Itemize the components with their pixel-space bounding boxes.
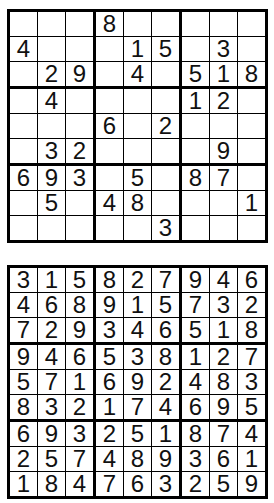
solution-cell-r8c4: 4: [96, 447, 124, 472]
solution-cell-r4c1: 9: [10, 345, 38, 370]
solution-cell-r1c5: 2: [124, 268, 152, 293]
puzzle-cell-r6c2[interactable]: 3: [38, 139, 66, 166]
puzzle-cell-r1c9[interactable]: [238, 12, 265, 37]
solution-cell-r2c6: 5: [152, 293, 182, 318]
solution-cell-r7c4: 2: [96, 422, 124, 447]
puzzle-cell-r8c6[interactable]: [152, 191, 182, 216]
puzzle-cell-r7c2[interactable]: 9: [38, 166, 66, 191]
solution-cell-r9c2: 8: [38, 472, 66, 496]
solution-cell-r2c1: 4: [10, 293, 38, 318]
puzzle-cell-r7c9[interactable]: [238, 166, 265, 191]
solution-cell-r2c8: 3: [210, 293, 238, 318]
puzzle-cell-r5c1[interactable]: [10, 114, 38, 139]
puzzle-cell-r8c2[interactable]: 5: [38, 191, 66, 216]
solution-cell-r2c4: 9: [96, 293, 124, 318]
puzzle-cell-r8c7[interactable]: [182, 191, 210, 216]
solution-cell-r6c6: 4: [152, 395, 182, 422]
puzzle-cell-r9c9[interactable]: [238, 216, 265, 240]
puzzle-cell-r1c4[interactable]: 8: [96, 12, 124, 37]
solution-cell-r1c1: 3: [10, 268, 38, 293]
puzzle-cell-r6c5[interactable]: [124, 139, 152, 166]
puzzle-cell-r8c4[interactable]: 4: [96, 191, 124, 216]
puzzle-cell-r2c8[interactable]: 3: [210, 37, 238, 62]
puzzle-cell-r1c3[interactable]: [66, 12, 96, 37]
solution-cell-r1c9: 6: [238, 268, 265, 293]
solution-cell-r8c7: 3: [182, 447, 210, 472]
solution-cell-r9c7: 2: [182, 472, 210, 496]
solution-cell-r3c6: 6: [152, 318, 182, 345]
puzzle-cell-r7c4[interactable]: [96, 166, 124, 191]
puzzle-cell-r5c5[interactable]: [124, 114, 152, 139]
puzzle-cell-r2c3[interactable]: [66, 37, 96, 62]
solution-cell-r7c8: 7: [210, 422, 238, 447]
puzzle-cell-r7c1[interactable]: 6: [10, 166, 38, 191]
puzzle-cell-r9c5[interactable]: [124, 216, 152, 240]
puzzle-cell-r5c6[interactable]: 2: [152, 114, 182, 139]
solution-cell-r3c4: 3: [96, 318, 124, 345]
solution-cell-r7c9: 4: [238, 422, 265, 447]
solution-cell-r1c4: 8: [96, 268, 124, 293]
solution-cell-r9c4: 7: [96, 472, 124, 496]
puzzle-cell-r3c3[interactable]: 9: [66, 62, 96, 89]
puzzle-cell-r2c5[interactable]: 1: [124, 37, 152, 62]
solution-cell-r9c8: 5: [210, 472, 238, 496]
puzzle-cell-r5c3[interactable]: [66, 114, 96, 139]
solution-cell-r8c9: 1: [238, 447, 265, 472]
solution-cell-r6c7: 6: [182, 395, 210, 422]
puzzle-cell-r9c3[interactable]: [66, 216, 96, 240]
puzzle-cell-r2c4[interactable]: [96, 37, 124, 62]
solution-cell-r5c1: 5: [10, 370, 38, 395]
solution-cell-r3c5: 4: [124, 318, 152, 345]
puzzle-cell-r7c5[interactable]: 5: [124, 166, 152, 191]
solution-cell-r5c3: 1: [66, 370, 96, 395]
solution-cell-r8c6: 9: [152, 447, 182, 472]
puzzle-cell-r4c4[interactable]: [96, 89, 124, 114]
solution-cell-r3c1: 7: [10, 318, 38, 345]
puzzle-cell-r5c4[interactable]: 6: [96, 114, 124, 139]
puzzle-cell-r1c6[interactable]: [152, 12, 182, 37]
sudoku-solution-board: 3158279464689157327293465189465381275716…: [7, 265, 268, 499]
puzzle-cell-r1c1[interactable]: [10, 12, 38, 37]
solution-cell-r6c8: 9: [210, 395, 238, 422]
puzzle-cell-r4c8[interactable]: 2: [210, 89, 238, 114]
puzzle-cell-r4c2[interactable]: 4: [38, 89, 66, 114]
solution-cell-r4c6: 8: [152, 345, 182, 370]
puzzle-cell-r8c5[interactable]: 8: [124, 191, 152, 216]
puzzle-cell-r4c7[interactable]: 1: [182, 89, 210, 114]
solution-cell-r2c7: 7: [182, 293, 210, 318]
solution-cell-r7c6: 1: [152, 422, 182, 447]
solution-cell-r3c7: 5: [182, 318, 210, 345]
puzzle-cell-r4c6[interactable]: [152, 89, 182, 114]
puzzle-cell-r6c9[interactable]: [238, 139, 265, 166]
puzzle-cell-r4c5[interactable]: [124, 89, 152, 114]
solution-cell-r9c1: 1: [10, 472, 38, 496]
solution-cell-r8c3: 7: [66, 447, 96, 472]
solution-cell-r2c3: 8: [66, 293, 96, 318]
puzzle-cell-r5c2[interactable]: [38, 114, 66, 139]
sudoku-puzzle-board: 841532945184126232969358754813: [7, 9, 268, 243]
solution-cell-r1c7: 9: [182, 268, 210, 293]
puzzle-cell-r4c3[interactable]: [66, 89, 96, 114]
puzzle-cell-r1c8[interactable]: [210, 12, 238, 37]
puzzle-cell-r8c3[interactable]: [66, 191, 96, 216]
solution-cell-r4c4: 5: [96, 345, 124, 370]
puzzle-cell-r9c1[interactable]: [10, 216, 38, 240]
puzzle-cell-r3c9[interactable]: 8: [238, 62, 265, 89]
solution-cell-r7c1: 6: [10, 422, 38, 447]
solution-cell-r6c1: 8: [10, 395, 38, 422]
puzzle-cell-r7c7[interactable]: 8: [182, 166, 210, 191]
puzzle-cell-r3c2[interactable]: 2: [38, 62, 66, 89]
puzzle-cell-r1c5[interactable]: [124, 12, 152, 37]
solution-cell-r5c7: 4: [182, 370, 210, 395]
puzzle-cell-r7c6[interactable]: [152, 166, 182, 191]
puzzle-cell-r6c8[interactable]: 9: [210, 139, 238, 166]
solution-cell-r7c5: 5: [124, 422, 152, 447]
puzzle-cell-r9c7[interactable]: [182, 216, 210, 240]
puzzle-cell-r9c2[interactable]: [38, 216, 66, 240]
solution-cell-r8c8: 6: [210, 447, 238, 472]
solution-cell-r6c2: 3: [38, 395, 66, 422]
solution-cell-r5c2: 7: [38, 370, 66, 395]
puzzle-cell-r9c4[interactable]: [96, 216, 124, 240]
solution-cell-r6c5: 7: [124, 395, 152, 422]
solution-cell-r4c9: 7: [238, 345, 265, 370]
page: 841532945184126232969358754813 315827946…: [0, 0, 274, 503]
solution-cell-r5c5: 9: [124, 370, 152, 395]
solution-cell-r7c7: 8: [182, 422, 210, 447]
puzzle-cell-r3c1[interactable]: [10, 62, 38, 89]
puzzle-cell-r7c3[interactable]: 3: [66, 166, 96, 191]
puzzle-cell-r4c9[interactable]: [238, 89, 265, 114]
puzzle-cell-r6c1[interactable]: [10, 139, 38, 166]
puzzle-cell-r1c2[interactable]: [38, 12, 66, 37]
solution-cell-r2c9: 2: [238, 293, 265, 318]
puzzle-cell-r2c7[interactable]: [182, 37, 210, 62]
puzzle-cell-r3c6[interactable]: [152, 62, 182, 89]
puzzle-cell-r4c1[interactable]: [10, 89, 38, 114]
solution-cell-r9c5: 6: [124, 472, 152, 496]
solution-cell-r9c9: 9: [238, 472, 265, 496]
solution-cell-r6c3: 2: [66, 395, 96, 422]
solution-cell-r8c5: 8: [124, 447, 152, 472]
solution-cell-r4c8: 2: [210, 345, 238, 370]
puzzle-cell-r3c5[interactable]: 4: [124, 62, 152, 89]
solution-cell-r9c6: 3: [152, 472, 182, 496]
solution-cell-r4c2: 4: [38, 345, 66, 370]
puzzle-cell-r5c8[interactable]: [210, 114, 238, 139]
puzzle-cell-r3c7[interactable]: 5: [182, 62, 210, 89]
solution-cell-r5c6: 2: [152, 370, 182, 395]
puzzle-cell-r8c9[interactable]: 1: [238, 191, 265, 216]
solution-cell-r5c8: 8: [210, 370, 238, 395]
puzzle-cell-r8c8[interactable]: [210, 191, 238, 216]
solution-cell-r7c3: 3: [66, 422, 96, 447]
puzzle-cell-r8c1[interactable]: [10, 191, 38, 216]
puzzle-cell-r1c7[interactable]: [182, 12, 210, 37]
solution-cell-r1c6: 7: [152, 268, 182, 293]
solution-cell-r8c2: 5: [38, 447, 66, 472]
puzzle-cell-r5c9[interactable]: [238, 114, 265, 139]
puzzle-cell-r5c7[interactable]: [182, 114, 210, 139]
solution-cell-r1c8: 4: [210, 268, 238, 293]
puzzle-cell-r3c4[interactable]: [96, 62, 124, 89]
puzzle-cell-r7c8[interactable]: 7: [210, 166, 238, 191]
solution-cell-r3c8: 1: [210, 318, 238, 345]
solution-cell-r3c2: 2: [38, 318, 66, 345]
puzzle-cell-r9c8[interactable]: [210, 216, 238, 240]
solution-cell-r2c5: 1: [124, 293, 152, 318]
puzzle-cell-r6c4[interactable]: [96, 139, 124, 166]
puzzle-cell-r3c8[interactable]: 1: [210, 62, 238, 89]
puzzle-cell-r2c1[interactable]: 4: [10, 37, 38, 62]
puzzle-cell-r2c9[interactable]: [238, 37, 265, 62]
solution-cell-r7c2: 9: [38, 422, 66, 447]
puzzle-cell-r6c6[interactable]: [152, 139, 182, 166]
solution-cell-r6c9: 5: [238, 395, 265, 422]
solution-cell-r5c4: 6: [96, 370, 124, 395]
puzzle-cell-r2c6[interactable]: 5: [152, 37, 182, 62]
solution-cell-r3c3: 9: [66, 318, 96, 345]
solution-cell-r5c9: 3: [238, 370, 265, 395]
solution-cell-r2c2: 6: [38, 293, 66, 318]
solution-cell-r4c7: 1: [182, 345, 210, 370]
solution-cell-r9c3: 4: [66, 472, 96, 496]
puzzle-cell-r6c3[interactable]: 2: [66, 139, 96, 166]
puzzle-cell-r6c7[interactable]: [182, 139, 210, 166]
solution-cell-r3c9: 8: [238, 318, 265, 345]
solution-cell-r4c5: 3: [124, 345, 152, 370]
solution-cell-r1c3: 5: [66, 268, 96, 293]
puzzle-cell-r9c6[interactable]: 3: [152, 216, 182, 240]
solution-cell-r4c3: 6: [66, 345, 96, 370]
solution-cell-r8c1: 2: [10, 447, 38, 472]
solution-cell-r1c2: 1: [38, 268, 66, 293]
solution-cell-r6c4: 1: [96, 395, 124, 422]
puzzle-cell-r2c2[interactable]: [38, 37, 66, 62]
